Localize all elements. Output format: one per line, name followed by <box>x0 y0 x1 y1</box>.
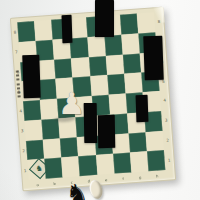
knight-logo-icon: ♞ <box>36 164 44 173</box>
file-label: g <box>131 174 148 181</box>
board-corner-highlight <box>153 7 164 24</box>
board-square <box>71 57 90 78</box>
black-rectangle <box>62 15 73 43</box>
board-square <box>90 75 109 96</box>
board-square <box>88 55 107 76</box>
black-rectangle <box>98 115 116 148</box>
board-square <box>43 138 62 159</box>
board-square <box>108 94 127 115</box>
board-square <box>147 150 166 171</box>
board-square <box>24 120 43 141</box>
board-square <box>79 155 98 176</box>
board-square <box>17 21 36 42</box>
file-label: e <box>97 176 114 183</box>
board-square <box>121 33 140 54</box>
file-label: h <box>149 173 166 180</box>
white-pawn-icon: ♟ <box>57 88 87 120</box>
board-square <box>23 100 42 121</box>
board-square <box>145 130 164 151</box>
board-square <box>107 74 126 95</box>
board-square <box>61 156 80 177</box>
rank-label: 4 <box>162 91 168 111</box>
board-square <box>54 58 73 79</box>
file-label: a <box>29 181 46 188</box>
board-square <box>113 153 132 174</box>
board-square <box>87 36 106 57</box>
rank-label: 1 <box>166 150 172 170</box>
rank-label: 2 <box>164 130 170 150</box>
black-rectangle <box>143 36 164 81</box>
board-square <box>40 99 59 120</box>
board-square <box>96 154 115 175</box>
board-square <box>26 139 45 160</box>
board-square <box>34 20 53 41</box>
board-square <box>124 73 143 94</box>
board-square <box>130 151 149 172</box>
photo-background: abcdefgh 87654321 87654321 ♞ ♟ ♞ <box>0 0 200 200</box>
board-square <box>128 132 147 153</box>
rank-label: 3 <box>163 110 169 130</box>
black-piece-off-board: ♞ <box>64 180 89 200</box>
board-square <box>39 79 58 100</box>
file-label: f <box>114 175 131 182</box>
black-rectangle <box>95 0 114 37</box>
black-rectangle <box>136 95 149 122</box>
chess-board: abcdefgh 87654321 87654321 ♞ <box>10 7 176 192</box>
board-square <box>104 35 123 56</box>
black-rectangle <box>22 55 40 99</box>
board-square <box>137 12 156 33</box>
board-square <box>105 54 124 75</box>
board-square <box>123 53 142 74</box>
board-square <box>60 137 79 158</box>
board-square <box>120 14 139 35</box>
file-label: b <box>46 180 63 187</box>
white-pawn: ♟ <box>57 88 87 120</box>
board-square <box>70 37 89 58</box>
